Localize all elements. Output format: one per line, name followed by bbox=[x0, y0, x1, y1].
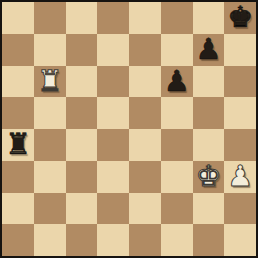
square-f6[interactable]: ♟ bbox=[161, 66, 193, 98]
square-e8[interactable] bbox=[129, 2, 161, 34]
square-b1[interactable] bbox=[34, 224, 66, 256]
square-a3[interactable] bbox=[2, 161, 34, 193]
square-e1[interactable] bbox=[129, 224, 161, 256]
square-f4[interactable] bbox=[161, 129, 193, 161]
square-h7[interactable] bbox=[224, 34, 256, 66]
square-e4[interactable] bbox=[129, 129, 161, 161]
square-f8[interactable] bbox=[161, 2, 193, 34]
square-f2[interactable] bbox=[161, 193, 193, 225]
square-g1[interactable] bbox=[193, 224, 225, 256]
square-a2[interactable] bbox=[2, 193, 34, 225]
square-d4[interactable] bbox=[97, 129, 129, 161]
square-c2[interactable] bbox=[66, 193, 98, 225]
chess-board-frame: ♚♟♜♟♜♚♟ bbox=[0, 0, 258, 258]
chess-board: ♚♟♜♟♜♚♟ bbox=[2, 2, 256, 256]
square-h4[interactable] bbox=[224, 129, 256, 161]
square-b8[interactable] bbox=[34, 2, 66, 34]
square-a5[interactable] bbox=[2, 97, 34, 129]
square-g3[interactable]: ♚ bbox=[193, 161, 225, 193]
square-e5[interactable] bbox=[129, 97, 161, 129]
square-d5[interactable] bbox=[97, 97, 129, 129]
square-c1[interactable] bbox=[66, 224, 98, 256]
square-b4[interactable] bbox=[34, 129, 66, 161]
square-d2[interactable] bbox=[97, 193, 129, 225]
square-c5[interactable] bbox=[66, 97, 98, 129]
square-b3[interactable] bbox=[34, 161, 66, 193]
square-d3[interactable] bbox=[97, 161, 129, 193]
square-h5[interactable] bbox=[224, 97, 256, 129]
black-king[interactable]: ♚ bbox=[227, 3, 253, 32]
square-g2[interactable] bbox=[193, 193, 225, 225]
square-h3[interactable]: ♟ bbox=[224, 161, 256, 193]
square-b7[interactable] bbox=[34, 34, 66, 66]
square-g8[interactable] bbox=[193, 2, 225, 34]
square-e7[interactable] bbox=[129, 34, 161, 66]
square-h2[interactable] bbox=[224, 193, 256, 225]
square-a8[interactable] bbox=[2, 2, 34, 34]
square-d6[interactable] bbox=[97, 66, 129, 98]
square-f1[interactable] bbox=[161, 224, 193, 256]
square-g4[interactable] bbox=[193, 129, 225, 161]
black-rook[interactable]: ♜ bbox=[5, 130, 31, 159]
square-e6[interactable] bbox=[129, 66, 161, 98]
square-g6[interactable] bbox=[193, 66, 225, 98]
square-g7[interactable]: ♟ bbox=[193, 34, 225, 66]
square-h1[interactable] bbox=[224, 224, 256, 256]
square-h8[interactable]: ♚ bbox=[224, 2, 256, 34]
black-pawn[interactable]: ♟ bbox=[164, 67, 190, 96]
square-d1[interactable] bbox=[97, 224, 129, 256]
square-b2[interactable] bbox=[34, 193, 66, 225]
square-e3[interactable] bbox=[129, 161, 161, 193]
square-a7[interactable] bbox=[2, 34, 34, 66]
square-b6[interactable]: ♜ bbox=[34, 66, 66, 98]
square-e2[interactable] bbox=[129, 193, 161, 225]
square-b5[interactable] bbox=[34, 97, 66, 129]
white-pawn[interactable]: ♟ bbox=[227, 162, 253, 191]
square-f7[interactable] bbox=[161, 34, 193, 66]
square-g5[interactable] bbox=[193, 97, 225, 129]
square-c3[interactable] bbox=[66, 161, 98, 193]
square-f3[interactable] bbox=[161, 161, 193, 193]
square-c7[interactable] bbox=[66, 34, 98, 66]
black-pawn[interactable]: ♟ bbox=[195, 35, 221, 64]
square-h6[interactable] bbox=[224, 66, 256, 98]
square-d7[interactable] bbox=[97, 34, 129, 66]
square-c6[interactable] bbox=[66, 66, 98, 98]
white-king[interactable]: ♚ bbox=[195, 162, 221, 191]
square-c8[interactable] bbox=[66, 2, 98, 34]
square-a1[interactable] bbox=[2, 224, 34, 256]
white-rook[interactable]: ♜ bbox=[37, 67, 63, 96]
square-c4[interactable] bbox=[66, 129, 98, 161]
square-f5[interactable] bbox=[161, 97, 193, 129]
square-a4[interactable]: ♜ bbox=[2, 129, 34, 161]
square-d8[interactable] bbox=[97, 2, 129, 34]
square-a6[interactable] bbox=[2, 66, 34, 98]
